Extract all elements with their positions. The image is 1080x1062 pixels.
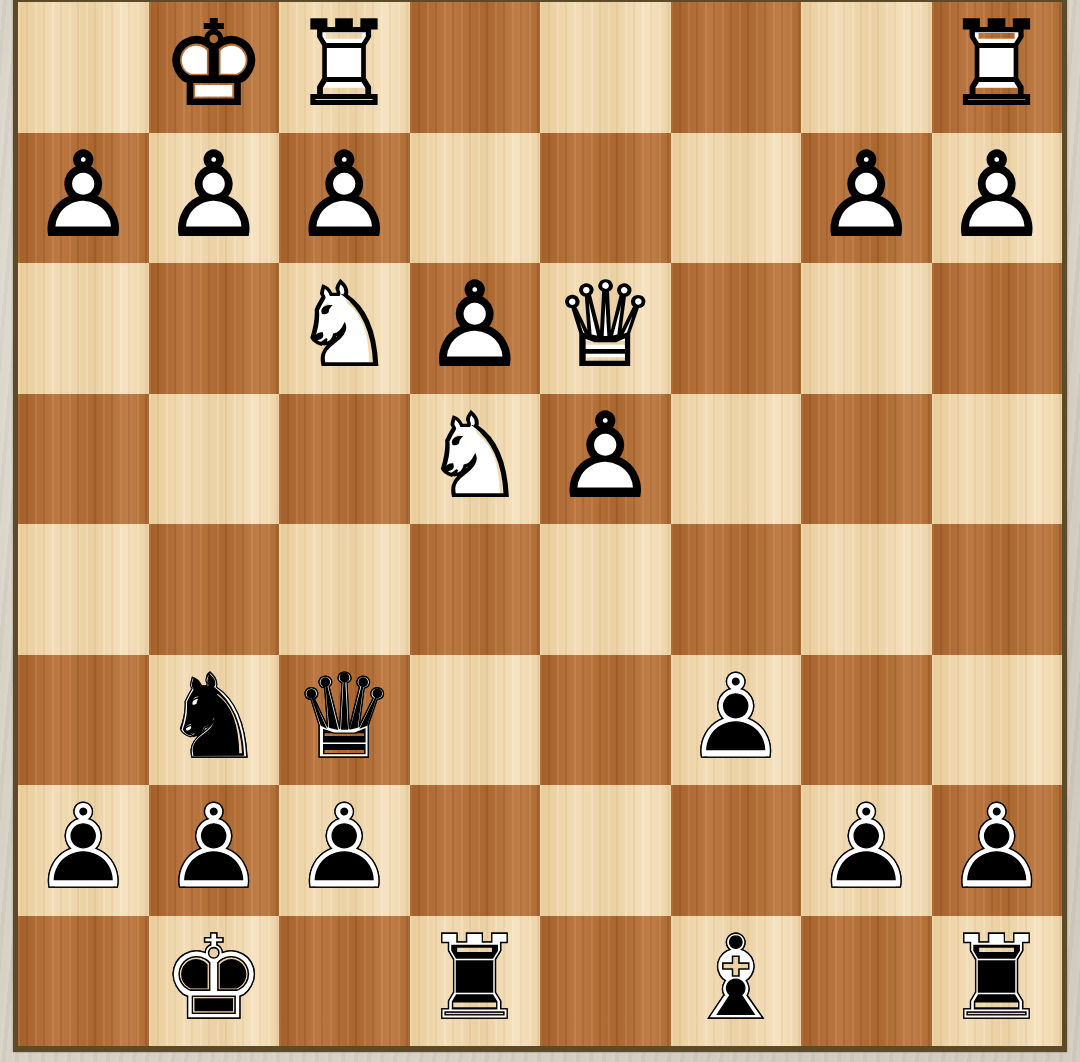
- square-e6[interactable]: [410, 655, 541, 786]
- square-c7[interactable]: [671, 785, 802, 916]
- piece-white-king[interactable]: ♚♔: [149, 2, 280, 133]
- black-pawn-outline: ♙: [279, 785, 410, 916]
- black-king-outline: ♔: [149, 916, 280, 1047]
- piece-black-pawn[interactable]: ♟♙: [18, 785, 149, 916]
- black-pawn-outline: ♙: [149, 785, 280, 916]
- white-pawn-outline: ♙: [149, 133, 280, 264]
- square-g7[interactable]: ♟♙: [149, 785, 280, 916]
- square-f1[interactable]: ♜♖: [279, 2, 410, 133]
- square-d2[interactable]: [540, 133, 671, 264]
- square-b7[interactable]: ♟♙: [801, 785, 932, 916]
- white-queen-outline: ♕: [540, 263, 671, 394]
- square-b3[interactable]: [801, 263, 932, 394]
- square-h5[interactable]: [18, 524, 149, 655]
- square-h7[interactable]: ♟♙: [18, 785, 149, 916]
- white-knight-outline: ♘: [410, 394, 541, 525]
- black-rook-outline: ♖: [410, 916, 541, 1047]
- square-d6[interactable]: [540, 655, 671, 786]
- piece-black-bishop[interactable]: ♝♗: [671, 916, 802, 1047]
- square-c8[interactable]: ♝♗: [671, 916, 802, 1047]
- black-bishop-outline: ♗: [671, 916, 802, 1047]
- black-rook-outline: ♖: [932, 916, 1063, 1047]
- black-pawn-outline: ♙: [932, 785, 1063, 916]
- chess-board: ♚♔♜♖♜♖♟♙♟♙♟♙♟♙♟♙♞♘♟♙♛♕♞♘♟♙♞♘♛♕♟♙♟♙♟♙♟♙♟♙…: [18, 2, 1062, 1046]
- white-pawn-outline: ♙: [801, 133, 932, 264]
- square-a3[interactable]: [932, 263, 1063, 394]
- square-d5[interactable]: [540, 524, 671, 655]
- square-e4[interactable]: ♞♘: [410, 394, 541, 525]
- square-b8[interactable]: [801, 916, 932, 1047]
- square-b1[interactable]: [801, 2, 932, 133]
- piece-white-queen[interactable]: ♛♕: [540, 263, 671, 394]
- square-a5[interactable]: [932, 524, 1063, 655]
- piece-white-rook[interactable]: ♜♖: [279, 2, 410, 133]
- square-h4[interactable]: [18, 394, 149, 525]
- square-c5[interactable]: [671, 524, 802, 655]
- piece-white-pawn[interactable]: ♟♙: [801, 133, 932, 264]
- piece-black-pawn[interactable]: ♟♙: [149, 785, 280, 916]
- square-b2[interactable]: ♟♙: [801, 133, 932, 264]
- square-e7[interactable]: [410, 785, 541, 916]
- board-frame: ♚♔♜♖♜♖♟♙♟♙♟♙♟♙♟♙♞♘♟♙♛♕♞♘♟♙♞♘♛♕♟♙♟♙♟♙♟♙♟♙…: [13, 0, 1067, 1052]
- square-f8[interactable]: [279, 916, 410, 1047]
- square-f7[interactable]: ♟♙: [279, 785, 410, 916]
- square-c3[interactable]: [671, 263, 802, 394]
- white-pawn-outline: ♙: [540, 394, 671, 525]
- piece-black-rook[interactable]: ♜♖: [410, 916, 541, 1047]
- piece-black-pawn[interactable]: ♟♙: [932, 785, 1063, 916]
- piece-white-pawn[interactable]: ♟♙: [18, 133, 149, 264]
- square-f2[interactable]: ♟♙: [279, 133, 410, 264]
- white-pawn-outline: ♙: [18, 133, 149, 264]
- square-d7[interactable]: [540, 785, 671, 916]
- square-d4[interactable]: ♟♙: [540, 394, 671, 525]
- piece-white-pawn[interactable]: ♟♙: [540, 394, 671, 525]
- square-e3[interactable]: ♟♙: [410, 263, 541, 394]
- white-rook-outline: ♖: [279, 2, 410, 133]
- square-b6[interactable]: [801, 655, 932, 786]
- square-a7[interactable]: ♟♙: [932, 785, 1063, 916]
- square-h3[interactable]: [18, 263, 149, 394]
- piece-black-rook[interactable]: ♜♖: [932, 916, 1063, 1047]
- square-g4[interactable]: [149, 394, 280, 525]
- square-g6[interactable]: ♞♘: [149, 655, 280, 786]
- piece-white-rook[interactable]: ♜♖: [932, 2, 1063, 133]
- piece-white-knight[interactable]: ♞♘: [410, 394, 541, 525]
- square-g3[interactable]: [149, 263, 280, 394]
- white-pawn-outline: ♙: [410, 263, 541, 394]
- square-c2[interactable]: [671, 133, 802, 264]
- piece-white-pawn[interactable]: ♟♙: [279, 133, 410, 264]
- square-g2[interactable]: ♟♙: [149, 133, 280, 264]
- white-knight-outline: ♘: [279, 263, 410, 394]
- square-f6[interactable]: ♛♕: [279, 655, 410, 786]
- square-a1[interactable]: ♜♖: [932, 2, 1063, 133]
- square-f3[interactable]: ♞♘: [279, 263, 410, 394]
- piece-black-knight[interactable]: ♞♘: [149, 655, 280, 786]
- square-h2[interactable]: ♟♙: [18, 133, 149, 264]
- square-e1[interactable]: [410, 2, 541, 133]
- square-a6[interactable]: [932, 655, 1063, 786]
- white-king-outline: ♔: [149, 2, 280, 133]
- square-a8[interactable]: ♜♖: [932, 916, 1063, 1047]
- white-pawn-outline: ♙: [932, 133, 1063, 264]
- piece-white-knight[interactable]: ♞♘: [279, 263, 410, 394]
- piece-white-pawn[interactable]: ♟♙: [932, 133, 1063, 264]
- square-c6[interactable]: ♟♙: [671, 655, 802, 786]
- piece-black-pawn[interactable]: ♟♙: [279, 785, 410, 916]
- square-a2[interactable]: ♟♙: [932, 133, 1063, 264]
- square-b5[interactable]: [801, 524, 932, 655]
- white-rook-outline: ♖: [932, 2, 1063, 133]
- piece-black-queen[interactable]: ♛♕: [279, 655, 410, 786]
- square-f5[interactable]: [279, 524, 410, 655]
- square-e8[interactable]: ♜♖: [410, 916, 541, 1047]
- square-d1[interactable]: [540, 2, 671, 133]
- black-pawn-outline: ♙: [18, 785, 149, 916]
- square-a4[interactable]: [932, 394, 1063, 525]
- square-e5[interactable]: [410, 524, 541, 655]
- square-g5[interactable]: [149, 524, 280, 655]
- square-g1[interactable]: ♚♔: [149, 2, 280, 133]
- square-d8[interactable]: [540, 916, 671, 1047]
- square-b4[interactable]: [801, 394, 932, 525]
- piece-black-pawn[interactable]: ♟♙: [671, 655, 802, 786]
- square-h6[interactable]: [18, 655, 149, 786]
- piece-black-pawn[interactable]: ♟♙: [801, 785, 932, 916]
- page-background: { "game": "chess", "position": { "fen": …: [0, 0, 1080, 1062]
- square-e2[interactable]: [410, 133, 541, 264]
- black-pawn-outline: ♙: [671, 655, 802, 786]
- piece-white-pawn[interactable]: ♟♙: [149, 133, 280, 264]
- square-h8[interactable]: [18, 916, 149, 1047]
- square-c1[interactable]: [671, 2, 802, 133]
- black-pawn-outline: ♙: [801, 785, 932, 916]
- square-g8[interactable]: ♚♔: [149, 916, 280, 1047]
- black-knight-outline: ♘: [149, 655, 280, 786]
- square-h1[interactable]: [18, 2, 149, 133]
- square-c4[interactable]: [671, 394, 802, 525]
- piece-black-king[interactable]: ♚♔: [149, 916, 280, 1047]
- square-f4[interactable]: [279, 394, 410, 525]
- white-pawn-outline: ♙: [279, 133, 410, 264]
- piece-white-pawn[interactable]: ♟♙: [410, 263, 541, 394]
- square-d3[interactable]: ♛♕: [540, 263, 671, 394]
- black-queen-outline: ♕: [279, 655, 410, 786]
